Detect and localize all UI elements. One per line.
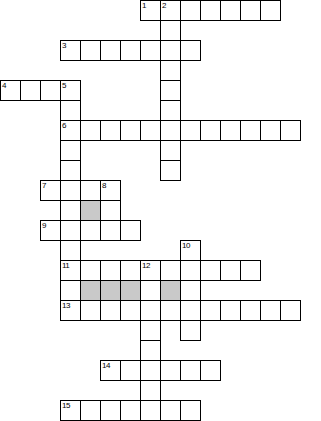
grid-cell-r4c3[interactable]: 5 xyxy=(60,80,81,101)
grid-cell-r15c9[interactable] xyxy=(180,300,201,321)
grid-cell-r15c3[interactable]: 13 xyxy=(60,300,81,321)
grid-cell-r6c10[interactable] xyxy=(200,120,221,141)
clue-number-5: 5 xyxy=(62,81,66,90)
grid-cell-r13c10[interactable] xyxy=(200,260,221,281)
grid-cell-r10c4[interactable] xyxy=(80,200,101,221)
grid-cell-r9c4[interactable] xyxy=(80,180,101,201)
clue-number-13: 13 xyxy=(62,301,70,310)
grid-cell-r0c11[interactable] xyxy=(220,0,241,21)
grid-cell-r15c7[interactable] xyxy=(140,300,161,321)
grid-cell-r16c7[interactable] xyxy=(140,320,161,341)
grid-cell-r15c5[interactable] xyxy=(100,300,121,321)
grid-cell-r4c2[interactable] xyxy=(40,80,61,101)
clue-number-2: 2 xyxy=(162,1,166,10)
grid-cell-r17c7[interactable] xyxy=(140,340,161,361)
grid-cell-r11c2[interactable]: 9 xyxy=(40,220,61,241)
grid-cell-r2c9[interactable] xyxy=(180,40,201,61)
grid-cell-r6c6[interactable] xyxy=(120,120,141,141)
grid-cell-r1c8[interactable] xyxy=(160,20,181,41)
grid-cell-r15c11[interactable] xyxy=(220,300,241,321)
grid-cell-r18c5[interactable]: 14 xyxy=(100,360,121,381)
grid-cell-r0c9[interactable] xyxy=(180,0,201,21)
grid-cell-r18c10[interactable] xyxy=(200,360,221,381)
grid-cell-r15c13[interactable] xyxy=(260,300,281,321)
grid-cell-r11c4[interactable] xyxy=(80,220,101,241)
grid-cell-r20c7[interactable] xyxy=(140,400,161,421)
grid-cell-r18c6[interactable] xyxy=(120,360,141,381)
grid-cell-r6c13[interactable] xyxy=(260,120,281,141)
grid-cell-r15c4[interactable] xyxy=(80,300,101,321)
grid-cell-r16c9[interactable] xyxy=(180,320,201,341)
grid-cell-r20c6[interactable] xyxy=(120,400,141,421)
grid-cell-r0c13[interactable] xyxy=(260,0,281,21)
clue-number-8: 8 xyxy=(102,181,106,190)
grid-cell-r4c8[interactable] xyxy=(160,80,181,101)
grid-cell-r11c5[interactable] xyxy=(100,220,121,241)
clue-number-10: 10 xyxy=(182,241,190,250)
grid-cell-r18c7[interactable] xyxy=(140,360,161,381)
grid-cell-r7c8[interactable] xyxy=(160,140,181,161)
grid-cell-r15c12[interactable] xyxy=(240,300,261,321)
grid-cell-r18c9[interactable] xyxy=(180,360,201,381)
grid-cell-r13c3[interactable]: 11 xyxy=(60,260,81,281)
grid-cell-r6c12[interactable] xyxy=(240,120,261,141)
grid-cell-r13c8[interactable] xyxy=(160,260,181,281)
grid-cell-r9c3[interactable] xyxy=(60,180,81,201)
grid-cell-r14c4[interactable] xyxy=(80,280,101,301)
grid-cell-r20c9[interactable] xyxy=(180,400,201,421)
grid-cell-r5c3[interactable] xyxy=(60,100,81,121)
grid-cell-r12c9[interactable]: 10 xyxy=(180,240,201,261)
grid-cell-r6c4[interactable] xyxy=(80,120,101,141)
grid-cell-r9c2[interactable]: 7 xyxy=(40,180,61,201)
clue-number-9: 9 xyxy=(42,221,46,230)
grid-cell-r6c5[interactable] xyxy=(100,120,121,141)
grid-cell-r15c10[interactable] xyxy=(200,300,221,321)
clue-number-12: 12 xyxy=(142,261,150,270)
crossword-board: 123456789101112131415 xyxy=(0,0,321,421)
grid-cell-r6c9[interactable] xyxy=(180,120,201,141)
grid-cell-r0c10[interactable] xyxy=(200,0,221,21)
grid-cell-r14c6[interactable] xyxy=(120,280,141,301)
grid-cell-r20c5[interactable] xyxy=(100,400,121,421)
grid-cell-r0c8[interactable]: 2 xyxy=(160,0,181,21)
clue-number-11: 11 xyxy=(62,261,69,270)
grid-cell-r11c3[interactable] xyxy=(60,220,81,241)
grid-cell-r2c8[interactable] xyxy=(160,40,181,61)
grid-cell-r9c5[interactable]: 8 xyxy=(100,180,121,201)
grid-cell-r13c11[interactable] xyxy=(220,260,241,281)
grid-cell-r2c3[interactable]: 3 xyxy=(60,40,81,61)
grid-cell-r3c8[interactable] xyxy=(160,60,181,81)
clue-number-4: 4 xyxy=(2,81,6,90)
grid-cell-r13c12[interactable] xyxy=(240,260,261,281)
grid-cell-r6c11[interactable] xyxy=(220,120,241,141)
grid-cell-r5c8[interactable] xyxy=(160,100,181,121)
grid-cell-r2c6[interactable] xyxy=(120,40,141,61)
grid-cell-r2c5[interactable] xyxy=(100,40,121,61)
grid-cell-r8c8[interactable] xyxy=(160,160,181,181)
grid-cell-r14c5[interactable] xyxy=(100,280,121,301)
grid-cell-r4c1[interactable] xyxy=(20,80,41,101)
clue-number-14: 14 xyxy=(102,361,110,370)
clue-number-15: 15 xyxy=(62,401,70,410)
grid-cell-r13c9[interactable] xyxy=(180,260,201,281)
clue-number-7: 7 xyxy=(42,181,46,190)
grid-cell-r14c9[interactable] xyxy=(180,280,201,301)
grid-cell-r13c5[interactable] xyxy=(100,260,121,281)
grid-cell-r18c8[interactable] xyxy=(160,360,181,381)
grid-cell-r0c7[interactable]: 1 xyxy=(140,0,161,21)
grid-cell-r13c4[interactable] xyxy=(80,260,101,281)
clue-number-3: 3 xyxy=(62,41,66,50)
grid-cell-r12c3[interactable] xyxy=(60,240,81,261)
grid-cell-r15c8[interactable] xyxy=(160,300,181,321)
grid-cell-r10c3[interactable] xyxy=(60,200,81,221)
grid-cell-r2c4[interactable] xyxy=(80,40,101,61)
grid-cell-r14c8[interactable] xyxy=(160,280,181,301)
grid-cell-r6c8[interactable] xyxy=(160,120,181,141)
grid-cell-r11c6[interactable] xyxy=(120,220,141,241)
grid-cell-r6c7[interactable] xyxy=(140,120,161,141)
grid-cell-r6c3[interactable]: 6 xyxy=(60,120,81,141)
grid-cell-r2c7[interactable] xyxy=(140,40,161,61)
grid-cell-r4c0[interactable]: 4 xyxy=(0,80,21,101)
grid-cell-r6c14[interactable] xyxy=(280,120,301,141)
grid-cell-r14c3[interactable] xyxy=(60,280,81,301)
clue-number-1: 1 xyxy=(142,1,146,10)
grid-cell-r0c12[interactable] xyxy=(240,0,261,21)
grid-cell-r10c5[interactable] xyxy=(100,200,121,221)
grid-cell-r20c3[interactable]: 15 xyxy=(60,400,81,421)
grid-cell-r19c7[interactable] xyxy=(140,380,161,401)
clue-number-6: 6 xyxy=(62,121,66,130)
grid-cell-r20c8[interactable] xyxy=(160,400,181,421)
grid-cell-r13c7[interactable]: 12 xyxy=(140,260,161,281)
grid-cell-r20c4[interactable] xyxy=(80,400,101,421)
grid-cell-r15c6[interactable] xyxy=(120,300,141,321)
grid-cell-r15c14[interactable] xyxy=(280,300,301,321)
grid-cell-r8c3[interactable] xyxy=(60,160,81,181)
grid-cell-r13c6[interactable] xyxy=(120,260,141,281)
grid-cell-r7c3[interactable] xyxy=(60,140,81,161)
grid-cell-r14c7[interactable] xyxy=(140,280,161,301)
